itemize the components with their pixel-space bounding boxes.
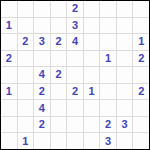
clue-cell-r8c3: 2 (34, 117, 50, 133)
empty-cell-r4c6[interactable] (84, 51, 100, 67)
empty-cell-r6c8[interactable] (117, 84, 133, 100)
clue-cell-r4c1: 2 (1, 51, 17, 67)
clue-cell-r1c5: 2 (67, 1, 83, 17)
clue-cell-r9c2: 1 (18, 133, 34, 149)
empty-cell-r4c3[interactable] (34, 51, 50, 67)
empty-cell-r1c6[interactable] (84, 1, 100, 17)
empty-cell-r2c9[interactable] (133, 18, 149, 34)
empty-cell-r7c1[interactable] (1, 100, 17, 116)
clue-cell-r3c4: 2 (51, 34, 67, 50)
empty-cell-r7c4[interactable] (51, 100, 67, 116)
empty-cell-r5c1[interactable] (1, 67, 17, 83)
empty-cell-r9c9[interactable] (133, 133, 149, 149)
empty-cell-r3c7[interactable] (100, 34, 116, 50)
empty-cell-r3c1[interactable] (1, 34, 17, 50)
empty-cell-r7c5[interactable] (67, 100, 83, 116)
empty-cell-r1c2[interactable] (18, 1, 34, 17)
empty-cell-r1c3[interactable] (34, 1, 50, 17)
empty-cell-r2c3[interactable] (34, 18, 50, 34)
clue-cell-r6c3: 2 (34, 84, 50, 100)
empty-cell-r3c8[interactable] (117, 34, 133, 50)
empty-cell-r1c8[interactable] (117, 1, 133, 17)
minesweeper-grid: 213232412124212212422313 (1, 1, 149, 149)
empty-cell-r6c4[interactable] (51, 84, 67, 100)
empty-cell-r8c4[interactable] (51, 117, 67, 133)
empty-cell-r4c4[interactable] (51, 51, 67, 67)
empty-cell-r1c4[interactable] (51, 1, 67, 17)
clue-cell-r2c5: 3 (67, 18, 83, 34)
clue-cell-r8c8: 3 (117, 117, 133, 133)
clue-cell-r6c9: 2 (133, 84, 149, 100)
clue-cell-r9c7: 3 (100, 133, 116, 149)
clue-cell-r3c9: 1 (133, 34, 149, 50)
empty-cell-r1c9[interactable] (133, 1, 149, 17)
empty-cell-r7c6[interactable] (84, 100, 100, 116)
empty-cell-r9c1[interactable] (1, 133, 17, 149)
empty-cell-r2c6[interactable] (84, 18, 100, 34)
clue-cell-r3c2: 2 (18, 34, 34, 50)
empty-cell-r8c1[interactable] (1, 117, 17, 133)
empty-cell-r9c3[interactable] (34, 133, 50, 149)
empty-cell-r8c9[interactable] (133, 117, 149, 133)
empty-cell-r9c4[interactable] (51, 133, 67, 149)
empty-cell-r9c8[interactable] (117, 133, 133, 149)
empty-cell-r5c9[interactable] (133, 67, 149, 83)
empty-cell-r1c7[interactable] (100, 1, 116, 17)
clue-cell-r3c5: 4 (67, 34, 83, 50)
empty-cell-r6c2[interactable] (18, 84, 34, 100)
empty-cell-r4c5[interactable] (67, 51, 83, 67)
empty-cell-r5c2[interactable] (18, 67, 34, 83)
empty-cell-r3c6[interactable] (84, 34, 100, 50)
clue-cell-r7c3: 4 (34, 100, 50, 116)
empty-cell-r5c6[interactable] (84, 67, 100, 83)
empty-cell-r7c8[interactable] (117, 100, 133, 116)
empty-cell-r5c5[interactable] (67, 67, 83, 83)
empty-cell-r9c6[interactable] (84, 133, 100, 149)
empty-cell-r2c7[interactable] (100, 18, 116, 34)
empty-cell-r5c8[interactable] (117, 67, 133, 83)
clue-cell-r4c7: 1 (100, 51, 116, 67)
clue-cell-r4c9: 2 (133, 51, 149, 67)
empty-cell-r4c8[interactable] (117, 51, 133, 67)
empty-cell-r9c5[interactable] (67, 133, 83, 149)
clue-cell-r6c5: 2 (67, 84, 83, 100)
clue-cell-r6c6: 1 (84, 84, 100, 100)
empty-cell-r2c4[interactable] (51, 18, 67, 34)
clue-cell-r5c4: 2 (51, 67, 67, 83)
empty-cell-r4c2[interactable] (18, 51, 34, 67)
clue-cell-r5c3: 4 (34, 67, 50, 83)
empty-cell-r5c7[interactable] (100, 67, 116, 83)
empty-cell-r6c7[interactable] (100, 84, 116, 100)
empty-cell-r7c9[interactable] (133, 100, 149, 116)
empty-cell-r7c2[interactable] (18, 100, 34, 116)
empty-cell-r8c2[interactable] (18, 117, 34, 133)
empty-cell-r2c2[interactable] (18, 18, 34, 34)
clue-cell-r6c1: 1 (1, 84, 17, 100)
empty-cell-r2c8[interactable] (117, 18, 133, 34)
clue-cell-r2c1: 1 (1, 18, 17, 34)
empty-cell-r8c6[interactable] (84, 117, 100, 133)
empty-cell-r1c1[interactable] (1, 1, 17, 17)
clue-cell-r8c7: 2 (100, 117, 116, 133)
puzzle-board: 213232412124212212422313 (0, 0, 150, 150)
empty-cell-r8c5[interactable] (67, 117, 83, 133)
clue-cell-r3c3: 3 (34, 34, 50, 50)
empty-cell-r7c7[interactable] (100, 100, 116, 116)
